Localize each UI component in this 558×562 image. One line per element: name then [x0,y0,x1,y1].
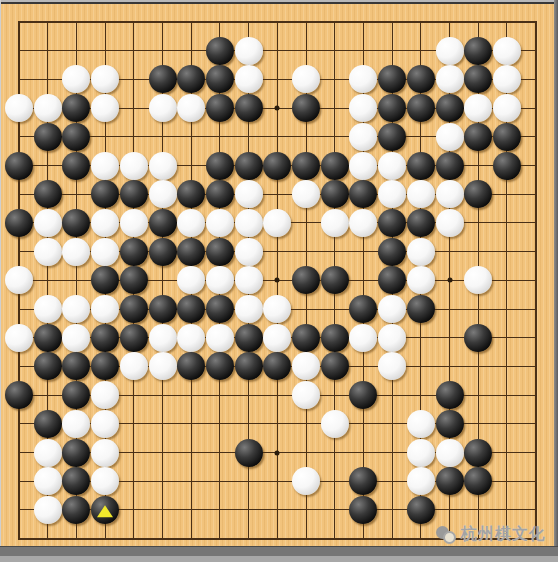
grid-line-v [535,21,537,540]
black-stone [464,123,492,151]
black-stone [62,439,90,467]
white-stone [34,496,62,524]
white-stone [436,37,464,65]
black-stone [407,94,435,122]
white-stone [436,209,464,237]
white-stone [263,295,291,323]
white-stone [321,209,349,237]
white-stone [62,295,90,323]
black-stone [5,381,33,409]
white-stone [321,410,349,438]
black-stone [206,352,234,380]
black-stone [206,94,234,122]
black-stone [62,496,90,524]
white-stone [34,209,62,237]
white-stone [407,238,435,266]
black-stone [177,180,205,208]
black-stone [120,238,148,266]
black-stone [464,324,492,352]
white-stone [91,94,119,122]
black-stone [62,94,90,122]
white-stone [177,209,205,237]
white-stone [493,65,521,93]
white-stone [292,352,320,380]
white-stone [378,352,406,380]
black-stone [91,324,119,352]
frame-bottom-bar [0,546,558,562]
black-stone [464,65,492,93]
frame-right [554,0,558,562]
black-stone [177,295,205,323]
white-stone [91,238,119,266]
black-stone [349,467,377,495]
black-stone [436,152,464,180]
black-stone [407,152,435,180]
black-stone [436,381,464,409]
black-stone [34,123,62,151]
black-stone [62,352,90,380]
black-stone [206,238,234,266]
white-stone [62,65,90,93]
black-stone [206,180,234,208]
white-stone [62,324,90,352]
white-stone [34,238,62,266]
black-stone [235,324,263,352]
black-stone [349,496,377,524]
black-stone [149,209,177,237]
black-stone [378,209,406,237]
black-stone [292,324,320,352]
white-stone [91,295,119,323]
black-stone [407,209,435,237]
white-stone [378,324,406,352]
star-point [275,106,280,111]
white-stone [493,94,521,122]
star-point [447,278,452,283]
black-stone [464,180,492,208]
black-stone [120,266,148,294]
go-board [0,0,558,562]
black-stone [177,65,205,93]
white-stone [292,180,320,208]
white-stone [235,65,263,93]
white-stone [349,152,377,180]
white-stone [235,295,263,323]
black-stone [407,496,435,524]
black-stone [321,180,349,208]
black-stone [34,352,62,380]
white-stone [235,209,263,237]
black-stone [206,152,234,180]
white-stone [235,37,263,65]
black-stone [464,439,492,467]
black-stone [321,324,349,352]
white-stone [407,266,435,294]
white-stone [436,439,464,467]
black-stone [91,266,119,294]
black-stone [34,324,62,352]
black-stone [5,152,33,180]
star-point [275,278,280,283]
black-stone [292,152,320,180]
white-stone [34,439,62,467]
white-stone [292,381,320,409]
white-stone [149,152,177,180]
black-stone [464,467,492,495]
black-stone [235,94,263,122]
watermark-text: 杭州棋文化 [461,524,546,545]
white-stone [34,467,62,495]
black-stone [206,295,234,323]
black-stone [206,65,234,93]
white-stone [62,410,90,438]
black-stone [149,238,177,266]
black-stone [378,94,406,122]
black-stone [464,37,492,65]
white-stone [464,94,492,122]
white-stone [263,209,291,237]
black-stone [62,467,90,495]
black-stone [349,180,377,208]
white-stone [62,238,90,266]
white-stone [349,123,377,151]
white-stone [206,209,234,237]
white-stone [464,266,492,294]
white-stone [91,467,119,495]
black-stone [62,381,90,409]
black-stone [407,295,435,323]
black-stone [149,295,177,323]
black-stone [292,266,320,294]
black-stone [378,65,406,93]
black-stone [436,94,464,122]
white-stone [206,324,234,352]
white-stone [177,324,205,352]
white-stone [407,467,435,495]
go-diagram-screenshot: 杭州棋文化 [0,0,558,562]
white-stone [235,238,263,266]
black-stone [34,180,62,208]
black-stone [62,123,90,151]
white-stone [436,123,464,151]
star-point [275,450,280,455]
white-stone [263,324,291,352]
triangle-marker-icon [97,505,113,517]
black-stone [349,381,377,409]
white-stone [91,152,119,180]
white-stone [91,410,119,438]
black-stone [263,152,291,180]
white-stone [349,94,377,122]
frame-top-line [0,2,558,4]
white-stone [34,94,62,122]
black-stone [292,94,320,122]
white-stone [5,266,33,294]
white-stone [378,152,406,180]
white-stone [120,152,148,180]
black-stone [235,352,263,380]
black-stone [407,65,435,93]
black-stone [493,123,521,151]
white-stone [349,65,377,93]
white-stone [349,324,377,352]
white-stone [149,94,177,122]
white-stone [120,352,148,380]
white-stone [91,381,119,409]
black-stone [206,37,234,65]
white-stone [378,180,406,208]
white-stone [91,209,119,237]
white-stone [149,180,177,208]
white-stone [292,467,320,495]
white-stone [5,324,33,352]
black-stone [436,467,464,495]
white-stone [235,266,263,294]
white-stone [407,439,435,467]
black-stone [263,352,291,380]
white-stone [149,352,177,380]
black-stone [493,152,521,180]
black-stone [149,65,177,93]
black-stone [34,410,62,438]
black-stone [378,266,406,294]
watermark: 杭州棋文化 [436,524,546,545]
watermark-logo-icon [436,524,457,545]
white-stone [91,439,119,467]
black-stone [91,352,119,380]
white-stone [292,65,320,93]
black-stone [321,152,349,180]
black-stone [5,209,33,237]
black-stone [177,238,205,266]
black-stone [120,324,148,352]
black-stone-marked-last-move [91,496,119,524]
black-stone [378,123,406,151]
black-stone [177,352,205,380]
white-stone [378,295,406,323]
black-stone [436,410,464,438]
white-stone [407,410,435,438]
black-stone [62,209,90,237]
black-stone [120,295,148,323]
black-stone [321,266,349,294]
black-stone [91,180,119,208]
black-stone [321,352,349,380]
frame-left [0,0,1,562]
white-stone [206,266,234,294]
white-stone [493,37,521,65]
white-stone [436,180,464,208]
white-stone [91,65,119,93]
white-stone [5,94,33,122]
white-stone [436,65,464,93]
white-stone [149,324,177,352]
white-stone [34,295,62,323]
white-stone [177,94,205,122]
white-stone [349,209,377,237]
white-stone [407,180,435,208]
black-stone [378,238,406,266]
white-stone [177,266,205,294]
black-stone [235,152,263,180]
black-stone [235,439,263,467]
black-stone [120,180,148,208]
white-stone [235,180,263,208]
black-stone [349,295,377,323]
white-stone [120,209,148,237]
black-stone [62,152,90,180]
